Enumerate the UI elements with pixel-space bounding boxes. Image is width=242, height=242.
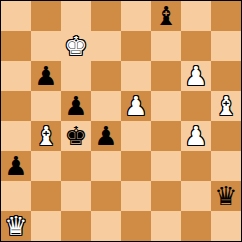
square-c1[interactable] [61,211,91,241]
square-a4[interactable] [1,121,31,151]
white-bishop-h5[interactable]: ♝ [211,91,241,121]
square-h5[interactable]: ♝ [211,91,241,121]
square-h8[interactable] [211,1,241,31]
square-e1[interactable] [121,211,151,241]
square-e7[interactable] [121,31,151,61]
square-h3[interactable] [211,151,241,181]
square-a7[interactable] [1,31,31,61]
square-f8[interactable]: ♝ [151,1,181,31]
white-pawn-g6[interactable]: ♟ [181,61,211,91]
square-f6[interactable] [151,61,181,91]
square-g5[interactable] [181,91,211,121]
square-c2[interactable] [61,181,91,211]
square-g2[interactable] [181,181,211,211]
square-c7[interactable]: ♚ [61,31,91,61]
square-h2[interactable]: ♛ [211,181,241,211]
square-a6[interactable] [1,61,31,91]
black-king-c4[interactable]: ♚ [61,121,91,151]
square-b6[interactable]: ♟ [31,61,61,91]
square-g7[interactable] [181,31,211,61]
square-f7[interactable] [151,31,181,61]
black-queen-h2[interactable]: ♛ [211,181,241,211]
square-d3[interactable] [91,151,121,181]
square-e5[interactable]: ♟ [121,91,151,121]
square-e8[interactable] [121,1,151,31]
square-g6[interactable]: ♟ [181,61,211,91]
square-d1[interactable] [91,211,121,241]
square-d6[interactable] [91,61,121,91]
square-f1[interactable] [151,211,181,241]
white-queen-a1[interactable]: ♛ [1,211,31,241]
square-c6[interactable] [61,61,91,91]
white-pawn-g4[interactable]: ♟ [181,121,211,151]
square-a3[interactable]: ♟ [1,151,31,181]
square-f4[interactable] [151,121,181,151]
square-a2[interactable] [1,181,31,211]
square-c5[interactable]: ♟ [61,91,91,121]
square-d2[interactable] [91,181,121,211]
square-d7[interactable] [91,31,121,61]
square-h1[interactable] [211,211,241,241]
black-pawn-c5[interactable]: ♟ [61,91,91,121]
square-g8[interactable] [181,1,211,31]
white-pawn-e5[interactable]: ♟ [121,91,151,121]
chess-board: ♝♚♟♟♟♟♝♝♚♟♟♟♛♛ [1,1,241,241]
square-g1[interactable] [181,211,211,241]
square-e2[interactable] [121,181,151,211]
square-b2[interactable] [31,181,61,211]
square-e6[interactable] [121,61,151,91]
square-b5[interactable] [31,91,61,121]
square-b4[interactable]: ♝ [31,121,61,151]
black-pawn-a3[interactable]: ♟ [1,151,31,181]
square-b8[interactable] [31,1,61,31]
square-b7[interactable] [31,31,61,61]
white-king-c7[interactable]: ♚ [61,31,91,61]
square-b3[interactable] [31,151,61,181]
square-d4[interactable]: ♟ [91,121,121,151]
white-bishop-b4[interactable]: ♝ [31,121,61,151]
square-c3[interactable] [61,151,91,181]
square-f3[interactable] [151,151,181,181]
square-f2[interactable] [151,181,181,211]
square-d8[interactable] [91,1,121,31]
square-h4[interactable] [211,121,241,151]
square-c4[interactable]: ♚ [61,121,91,151]
square-b1[interactable] [31,211,61,241]
square-g4[interactable]: ♟ [181,121,211,151]
black-pawn-d4[interactable]: ♟ [91,121,121,151]
black-pawn-b6[interactable]: ♟ [31,61,61,91]
square-a1[interactable]: ♛ [1,211,31,241]
square-e3[interactable] [121,151,151,181]
square-h6[interactable] [211,61,241,91]
square-h7[interactable] [211,31,241,61]
square-a5[interactable] [1,91,31,121]
square-e4[interactable] [121,121,151,151]
square-a8[interactable] [1,1,31,31]
square-c8[interactable] [61,1,91,31]
square-f5[interactable] [151,91,181,121]
black-bishop-f8[interactable]: ♝ [151,1,181,31]
square-d5[interactable] [91,91,121,121]
chess-board-frame: ♝♚♟♟♟♟♝♝♚♟♟♟♛♛ [0,0,242,242]
square-g3[interactable] [181,151,211,181]
